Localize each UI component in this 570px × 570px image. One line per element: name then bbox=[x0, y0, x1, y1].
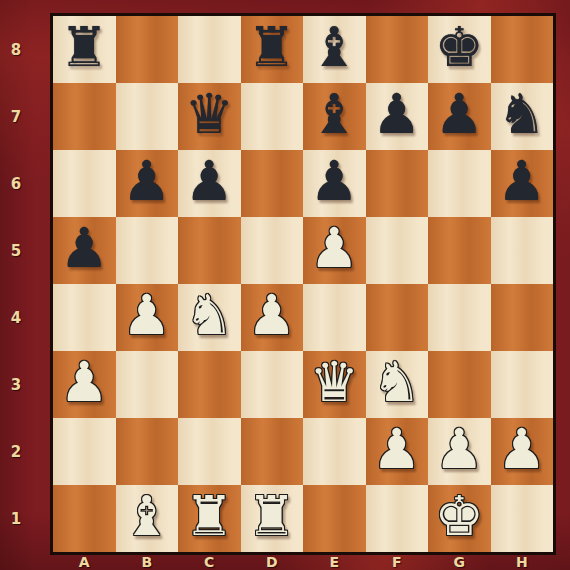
square-e2[interactable] bbox=[303, 418, 366, 485]
square-c3[interactable] bbox=[178, 351, 241, 418]
square-h3[interactable] bbox=[491, 351, 554, 418]
square-g4[interactable] bbox=[428, 284, 491, 351]
square-b7[interactable] bbox=[116, 83, 179, 150]
piece-white-rook[interactable]: ♜ bbox=[247, 489, 296, 544]
piece-white-king[interactable]: ♚ bbox=[435, 489, 484, 544]
square-f7[interactable]: ♟ bbox=[366, 83, 429, 150]
file-label-e: E bbox=[303, 554, 366, 570]
square-h1[interactable] bbox=[491, 485, 554, 552]
square-b8[interactable] bbox=[116, 16, 179, 83]
square-c2[interactable] bbox=[178, 418, 241, 485]
file-label-d: D bbox=[241, 554, 304, 570]
piece-black-rook[interactable]: ♜ bbox=[247, 20, 296, 75]
rank-label-3: 3 bbox=[4, 351, 28, 418]
square-e7[interactable]: ♝ bbox=[303, 83, 366, 150]
square-c1[interactable]: ♜ bbox=[178, 485, 241, 552]
piece-white-pawn[interactable]: ♟ bbox=[310, 221, 359, 276]
square-d4[interactable]: ♟ bbox=[241, 284, 304, 351]
square-g5[interactable] bbox=[428, 217, 491, 284]
square-g1[interactable]: ♚ bbox=[428, 485, 491, 552]
square-h2[interactable]: ♟ bbox=[491, 418, 554, 485]
square-d2[interactable] bbox=[241, 418, 304, 485]
piece-black-pawn[interactable]: ♟ bbox=[497, 154, 546, 209]
square-f2[interactable]: ♟ bbox=[366, 418, 429, 485]
square-a5[interactable]: ♟ bbox=[53, 217, 116, 284]
square-a3[interactable]: ♟ bbox=[53, 351, 116, 418]
piece-black-queen[interactable]: ♛ bbox=[185, 87, 234, 142]
square-e8[interactable]: ♝ bbox=[303, 16, 366, 83]
rank-label-7: 7 bbox=[4, 83, 28, 150]
piece-white-knight[interactable]: ♞ bbox=[372, 355, 421, 410]
square-c6[interactable]: ♟ bbox=[178, 150, 241, 217]
rank-label-4: 4 bbox=[4, 284, 28, 351]
square-f6[interactable] bbox=[366, 150, 429, 217]
file-label-a: A bbox=[53, 554, 116, 570]
piece-black-bishop[interactable]: ♝ bbox=[310, 20, 359, 75]
square-e6[interactable]: ♟ bbox=[303, 150, 366, 217]
piece-white-rook[interactable]: ♜ bbox=[185, 489, 234, 544]
file-label-h: H bbox=[491, 554, 554, 570]
piece-white-pawn[interactable]: ♟ bbox=[435, 422, 484, 477]
square-c8[interactable] bbox=[178, 16, 241, 83]
piece-black-pawn[interactable]: ♟ bbox=[310, 154, 359, 209]
square-f1[interactable] bbox=[366, 485, 429, 552]
square-h7[interactable]: ♞ bbox=[491, 83, 554, 150]
square-f4[interactable] bbox=[366, 284, 429, 351]
square-a6[interactable] bbox=[53, 150, 116, 217]
square-c5[interactable] bbox=[178, 217, 241, 284]
chess-board: ♜♜♝♚♛♝♟♟♞♟♟♟♟♟♟♟♞♟♟♛♞♟♟♟♝♜♜♚ bbox=[50, 13, 556, 555]
piece-black-pawn[interactable]: ♟ bbox=[60, 221, 109, 276]
rank-label-1: 1 bbox=[4, 485, 28, 552]
square-f3[interactable]: ♞ bbox=[366, 351, 429, 418]
square-a8[interactable]: ♜ bbox=[53, 16, 116, 83]
square-d6[interactable] bbox=[241, 150, 304, 217]
square-e5[interactable]: ♟ bbox=[303, 217, 366, 284]
square-e1[interactable] bbox=[303, 485, 366, 552]
square-g8[interactable]: ♚ bbox=[428, 16, 491, 83]
piece-black-knight[interactable]: ♞ bbox=[497, 87, 546, 142]
file-label-f: F bbox=[366, 554, 429, 570]
square-c4[interactable]: ♞ bbox=[178, 284, 241, 351]
square-d8[interactable]: ♜ bbox=[241, 16, 304, 83]
square-f8[interactable] bbox=[366, 16, 429, 83]
square-b5[interactable] bbox=[116, 217, 179, 284]
square-a1[interactable] bbox=[53, 485, 116, 552]
rank-label-8: 8 bbox=[4, 16, 28, 83]
square-d7[interactable] bbox=[241, 83, 304, 150]
square-d3[interactable] bbox=[241, 351, 304, 418]
square-c7[interactable]: ♛ bbox=[178, 83, 241, 150]
rank-label-2: 2 bbox=[4, 418, 28, 485]
square-a2[interactable] bbox=[53, 418, 116, 485]
file-label-b: B bbox=[116, 554, 179, 570]
square-b6[interactable]: ♟ bbox=[116, 150, 179, 217]
rank-label-6: 6 bbox=[4, 150, 28, 217]
square-g3[interactable] bbox=[428, 351, 491, 418]
square-h6[interactable]: ♟ bbox=[491, 150, 554, 217]
piece-white-pawn[interactable]: ♟ bbox=[122, 288, 171, 343]
piece-white-pawn[interactable]: ♟ bbox=[372, 422, 421, 477]
square-h5[interactable] bbox=[491, 217, 554, 284]
piece-white-bishop[interactable]: ♝ bbox=[122, 489, 171, 544]
square-h8[interactable] bbox=[491, 16, 554, 83]
square-f5[interactable] bbox=[366, 217, 429, 284]
board-frame: ♜♜♝♚♛♝♟♟♞♟♟♟♟♟♟♟♞♟♟♛♞♟♟♟♝♜♜♚ 87654321 AB… bbox=[0, 0, 570, 570]
piece-white-pawn[interactable]: ♟ bbox=[247, 288, 296, 343]
square-e4[interactable] bbox=[303, 284, 366, 351]
square-a7[interactable] bbox=[53, 83, 116, 150]
square-g2[interactable]: ♟ bbox=[428, 418, 491, 485]
piece-black-bishop[interactable]: ♝ bbox=[310, 87, 359, 142]
square-a4[interactable] bbox=[53, 284, 116, 351]
rank-label-5: 5 bbox=[4, 217, 28, 284]
piece-black-pawn[interactable]: ♟ bbox=[435, 87, 484, 142]
square-d1[interactable]: ♜ bbox=[241, 485, 304, 552]
piece-white-pawn[interactable]: ♟ bbox=[497, 422, 546, 477]
piece-black-rook[interactable]: ♜ bbox=[60, 20, 109, 75]
piece-black-king[interactable]: ♚ bbox=[435, 20, 484, 75]
square-h4[interactable] bbox=[491, 284, 554, 351]
square-e3[interactable]: ♛ bbox=[303, 351, 366, 418]
file-label-g: G bbox=[428, 554, 491, 570]
square-b3[interactable] bbox=[116, 351, 179, 418]
piece-white-queen[interactable]: ♛ bbox=[310, 355, 359, 410]
square-g7[interactable]: ♟ bbox=[428, 83, 491, 150]
file-labels: ABCDEFGH bbox=[53, 554, 553, 570]
square-g6[interactable] bbox=[428, 150, 491, 217]
piece-white-knight[interactable]: ♞ bbox=[185, 288, 234, 343]
file-label-c: C bbox=[178, 554, 241, 570]
square-d5[interactable] bbox=[241, 217, 304, 284]
piece-black-pawn[interactable]: ♟ bbox=[372, 87, 421, 142]
piece-black-pawn[interactable]: ♟ bbox=[185, 154, 234, 209]
square-b1[interactable]: ♝ bbox=[116, 485, 179, 552]
square-b4[interactable]: ♟ bbox=[116, 284, 179, 351]
piece-white-pawn[interactable]: ♟ bbox=[60, 355, 109, 410]
square-b2[interactable] bbox=[116, 418, 179, 485]
piece-black-pawn[interactable]: ♟ bbox=[122, 154, 171, 209]
